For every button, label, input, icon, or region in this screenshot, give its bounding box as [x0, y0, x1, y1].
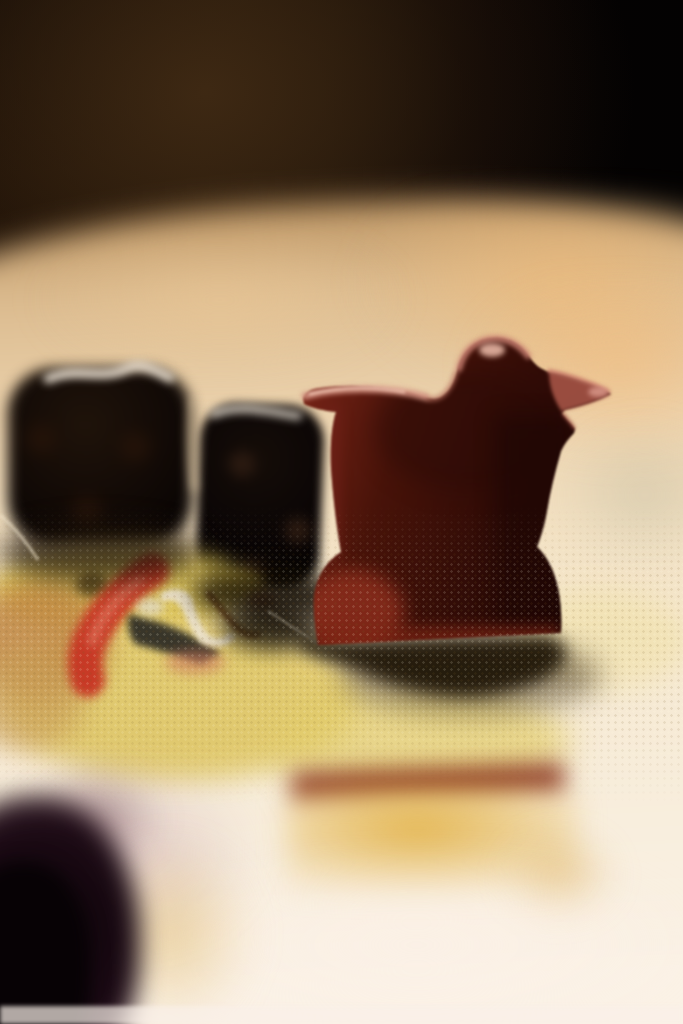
- bottom-pale-strip: [0, 1006, 683, 1024]
- die-near-top-highlight: [214, 409, 298, 416]
- photo-board-game-scene: [0, 0, 683, 1024]
- die-far-top-highlight: [48, 366, 170, 379]
